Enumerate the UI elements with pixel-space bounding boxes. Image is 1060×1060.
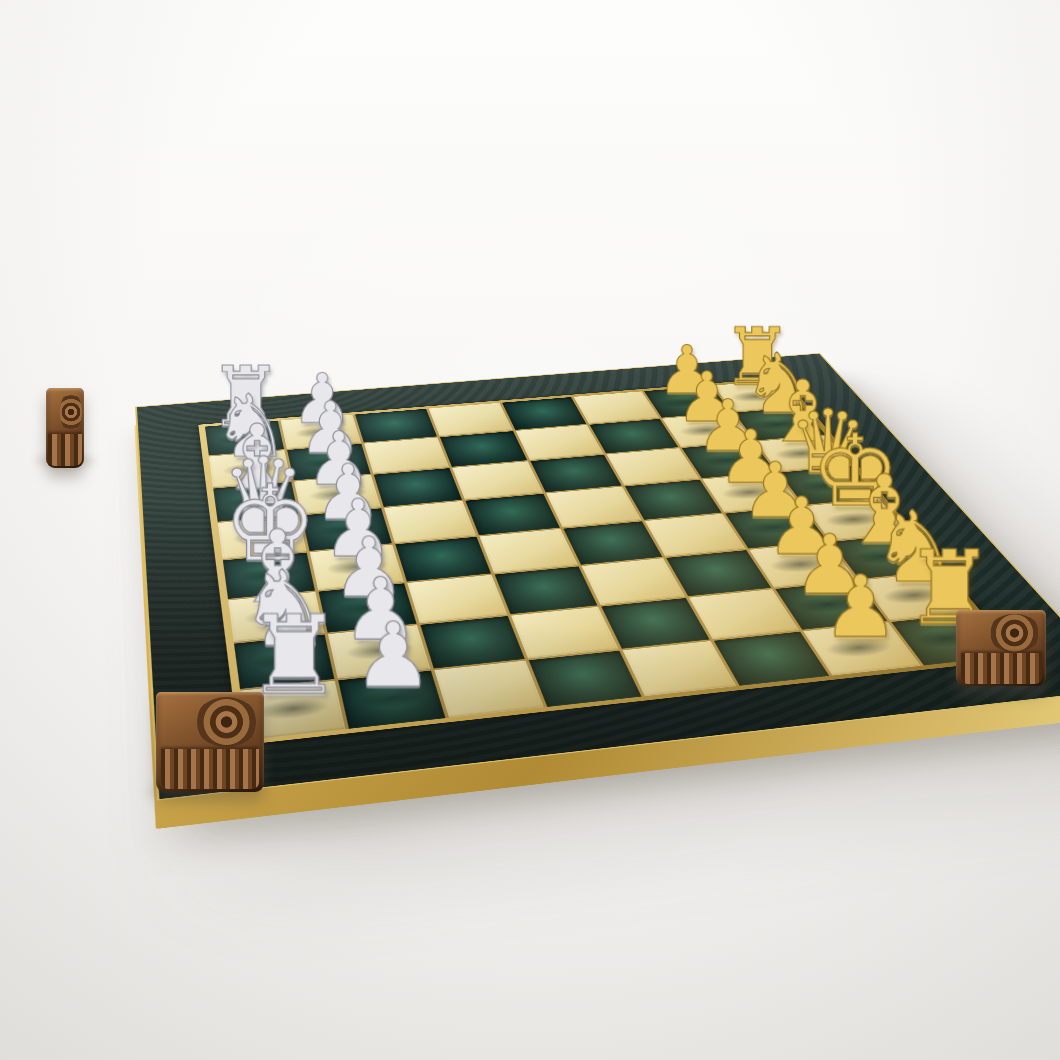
bronze-foot-right-corner <box>956 610 1046 686</box>
board-square-r2c4[interactable] <box>440 431 526 467</box>
board-square-r3c5[interactable] <box>530 455 621 493</box>
board-square-r2c5[interactable] <box>515 425 603 460</box>
bronze-foot-near-corner <box>156 692 264 792</box>
board-square-r3c4[interactable] <box>453 462 543 500</box>
board-square-r1c6[interactable] <box>573 391 659 423</box>
bronze-foot-left-corner <box>46 388 84 468</box>
chess-board: ♜♟♟♜♞♟♟♞♝♟♟♝♛♟♟♛♚♟♟♚♝♟♟♝♞♟♟♞♜♟♟♜ <box>135 353 1060 801</box>
product-photo-scene: ♜♟♟♜♞♟♟♞♝♟♟♝♛♟♟♛♚♟♟♚♝♟♟♝♞♟♟♞♜♟♟♜ <box>0 0 1060 1060</box>
board-square-r1c4[interactable] <box>429 403 512 436</box>
gold-pawn-glyph: ♟ <box>799 564 923 649</box>
board-square-r1c5[interactable] <box>502 397 586 430</box>
board-square-r4c5[interactable] <box>546 487 641 527</box>
